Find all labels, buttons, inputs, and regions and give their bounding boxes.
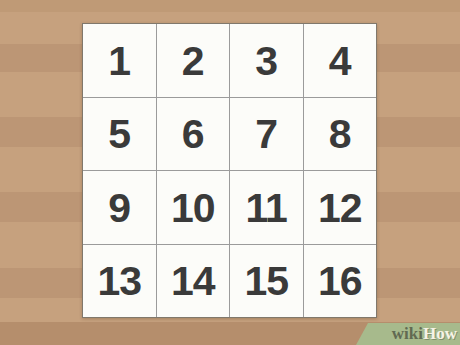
cell-r4c2: 14 bbox=[157, 245, 230, 318]
wikihow-watermark-badge: wikiHow bbox=[356, 323, 460, 345]
cell-r1c2: 2 bbox=[157, 24, 230, 97]
cell-r3c1: 9 bbox=[83, 171, 156, 244]
cell-r1c1: 1 bbox=[83, 24, 156, 97]
cell-r4c4: 16 bbox=[304, 245, 377, 318]
cell-r1c4: 4 bbox=[304, 24, 377, 97]
cell-r4c1: 13 bbox=[83, 245, 156, 318]
number-grid-board: 1 2 3 4 5 6 7 8 9 10 11 12 13 14 15 16 bbox=[82, 23, 377, 318]
cell-r2c2: 6 bbox=[157, 98, 230, 171]
cell-r4c3: 15 bbox=[230, 245, 303, 318]
wikihow-wiki-text: wiki bbox=[392, 323, 423, 345]
cell-r3c3: 11 bbox=[230, 171, 303, 244]
wikihow-how-text: How bbox=[423, 323, 457, 345]
cell-r2c1: 5 bbox=[83, 98, 156, 171]
illustration-background: 1 2 3 4 5 6 7 8 9 10 11 12 13 14 15 16 w… bbox=[0, 0, 460, 345]
cell-r1c3: 3 bbox=[230, 24, 303, 97]
cell-r2c4: 8 bbox=[304, 98, 377, 171]
cell-r3c2: 10 bbox=[157, 171, 230, 244]
cell-r2c3: 7 bbox=[230, 98, 303, 171]
cell-r3c4: 12 bbox=[304, 171, 377, 244]
